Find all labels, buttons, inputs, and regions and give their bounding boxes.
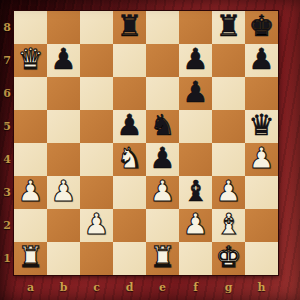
square-b2[interactable] — [47, 209, 80, 242]
square-c4[interactable] — [80, 143, 113, 176]
white-pawn-piece[interactable]: ♟ — [84, 210, 110, 239]
square-h7[interactable]: ♟ — [245, 44, 278, 77]
square-f3[interactable]: ♝ — [179, 176, 212, 209]
white-bishop-piece[interactable]: ♝ — [216, 210, 242, 239]
rank-label-8: 8 — [3, 21, 11, 34]
rank-label-7: 7 — [3, 54, 11, 67]
board-frame: 87654321 abcdefgh ♜♜♚♛♟♟♟♟♟♞♛♞♟♟♟♟♟♝♟♟♟♝… — [0, 0, 300, 300]
file-label-c: c — [93, 281, 100, 294]
square-d1[interactable] — [113, 242, 146, 275]
rank-label-6: 6 — [3, 87, 11, 100]
black-rook-piece[interactable]: ♜ — [117, 12, 143, 41]
square-e7[interactable] — [146, 44, 179, 77]
rank-label-3: 3 — [3, 186, 11, 199]
black-pawn-piece[interactable]: ♟ — [183, 45, 209, 74]
square-a6[interactable] — [14, 77, 47, 110]
black-queen-piece[interactable]: ♛ — [249, 111, 275, 140]
black-pawn-piece[interactable]: ♟ — [183, 78, 209, 107]
square-a4[interactable] — [14, 143, 47, 176]
white-pawn-piece[interactable]: ♟ — [216, 177, 242, 206]
square-f6[interactable]: ♟ — [179, 77, 212, 110]
square-f2[interactable]: ♟ — [179, 209, 212, 242]
square-g1[interactable]: ♚ — [212, 242, 245, 275]
square-e3[interactable]: ♟ — [146, 176, 179, 209]
file-label-a: a — [27, 281, 34, 294]
rank-label-5: 5 — [3, 120, 11, 133]
white-rook-piece[interactable]: ♜ — [18, 243, 44, 272]
black-pawn-piece[interactable]: ♟ — [117, 111, 143, 140]
white-pawn-piece[interactable]: ♟ — [18, 177, 44, 206]
black-knight-piece[interactable]: ♞ — [150, 111, 176, 140]
square-g7[interactable] — [212, 44, 245, 77]
square-d5[interactable]: ♟ — [113, 110, 146, 143]
file-label-g: g — [225, 281, 233, 294]
square-f4[interactable] — [179, 143, 212, 176]
black-king-piece[interactable]: ♚ — [249, 12, 275, 41]
square-d2[interactable] — [113, 209, 146, 242]
white-rook-piece[interactable]: ♜ — [150, 243, 176, 272]
square-a7[interactable]: ♛ — [14, 44, 47, 77]
white-pawn-piece[interactable]: ♟ — [183, 210, 209, 239]
white-pawn-piece[interactable]: ♟ — [51, 177, 77, 206]
square-f7[interactable]: ♟ — [179, 44, 212, 77]
file-label-d: d — [126, 281, 134, 294]
square-g6[interactable] — [212, 77, 245, 110]
file-label-f: f — [193, 281, 198, 294]
square-e2[interactable] — [146, 209, 179, 242]
square-h3[interactable] — [245, 176, 278, 209]
square-c6[interactable] — [80, 77, 113, 110]
file-labels: abcdefgh — [14, 275, 278, 300]
rank-label-1: 1 — [3, 252, 11, 265]
square-e1[interactable]: ♜ — [146, 242, 179, 275]
chess-board: ♜♜♚♛♟♟♟♟♟♞♛♞♟♟♟♟♟♝♟♟♟♝♜♜♚ — [14, 11, 278, 275]
square-c2[interactable]: ♟ — [80, 209, 113, 242]
square-g2[interactable]: ♝ — [212, 209, 245, 242]
square-d4[interactable]: ♞ — [113, 143, 146, 176]
square-c7[interactable] — [80, 44, 113, 77]
square-c3[interactable] — [80, 176, 113, 209]
square-h4[interactable]: ♟ — [245, 143, 278, 176]
file-label-b: b — [60, 281, 68, 294]
square-b7[interactable]: ♟ — [47, 44, 80, 77]
square-c1[interactable] — [80, 242, 113, 275]
file-label-e: e — [159, 281, 166, 294]
rank-labels: 87654321 — [0, 11, 14, 275]
square-g5[interactable] — [212, 110, 245, 143]
black-pawn-piece[interactable]: ♟ — [51, 45, 77, 74]
square-c8[interactable] — [80, 11, 113, 44]
file-label-h: h — [258, 281, 266, 294]
square-g8[interactable]: ♜ — [212, 11, 245, 44]
square-b1[interactable] — [47, 242, 80, 275]
square-d7[interactable] — [113, 44, 146, 77]
square-h8[interactable]: ♚ — [245, 11, 278, 44]
square-h2[interactable] — [245, 209, 278, 242]
square-a1[interactable]: ♜ — [14, 242, 47, 275]
black-bishop-piece[interactable]: ♝ — [183, 177, 209, 206]
square-a5[interactable] — [14, 110, 47, 143]
square-e5[interactable]: ♞ — [146, 110, 179, 143]
white-pawn-piece[interactable]: ♟ — [150, 177, 176, 206]
square-d6[interactable] — [113, 77, 146, 110]
square-a3[interactable]: ♟ — [14, 176, 47, 209]
square-c5[interactable] — [80, 110, 113, 143]
square-b5[interactable] — [47, 110, 80, 143]
square-d3[interactable] — [113, 176, 146, 209]
white-king-piece[interactable]: ♚ — [216, 243, 242, 272]
white-queen-piece[interactable]: ♛ — [18, 45, 44, 74]
square-h6[interactable] — [245, 77, 278, 110]
square-a2[interactable] — [14, 209, 47, 242]
black-pawn-piece[interactable]: ♟ — [150, 144, 176, 173]
square-e6[interactable] — [146, 77, 179, 110]
square-f1[interactable] — [179, 242, 212, 275]
square-b4[interactable] — [47, 143, 80, 176]
rank-label-4: 4 — [3, 153, 11, 166]
square-b8[interactable] — [47, 11, 80, 44]
square-f5[interactable] — [179, 110, 212, 143]
square-f8[interactable] — [179, 11, 212, 44]
square-g4[interactable] — [212, 143, 245, 176]
rank-label-2: 2 — [3, 219, 11, 232]
white-knight-piece[interactable]: ♞ — [117, 144, 143, 173]
square-b3[interactable]: ♟ — [47, 176, 80, 209]
square-e8[interactable] — [146, 11, 179, 44]
square-a8[interactable] — [14, 11, 47, 44]
square-d8[interactable]: ♜ — [113, 11, 146, 44]
black-pawn-piece[interactable]: ♟ — [249, 45, 275, 74]
square-b6[interactable] — [47, 77, 80, 110]
square-e4[interactable]: ♟ — [146, 143, 179, 176]
black-rook-piece[interactable]: ♜ — [216, 12, 242, 41]
square-g3[interactable]: ♟ — [212, 176, 245, 209]
white-pawn-piece[interactable]: ♟ — [249, 144, 275, 173]
square-h1[interactable] — [245, 242, 278, 275]
square-h5[interactable]: ♛ — [245, 110, 278, 143]
